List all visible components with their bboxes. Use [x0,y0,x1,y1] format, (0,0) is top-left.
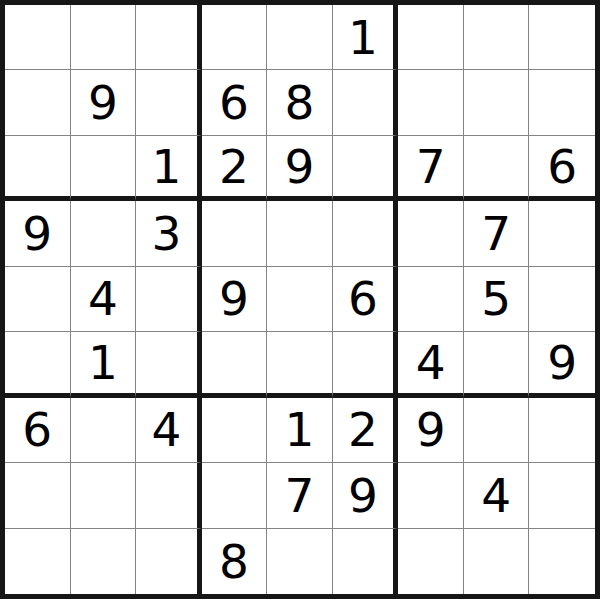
cell-r5c8[interactable]: 5 [464,267,530,332]
cell-r1c5[interactable] [267,5,333,70]
cell-r4c5[interactable] [267,201,333,266]
cell-r1c7[interactable] [398,5,464,70]
cell-r3c4[interactable]: 2 [202,136,268,201]
cell-r5c9[interactable] [529,267,595,332]
cell-r9c5[interactable] [267,529,333,594]
cell-r2c1[interactable] [5,70,71,135]
cell-r9c6[interactable] [333,529,399,594]
cell-r7c4[interactable] [202,398,268,463]
cell-r7c2[interactable] [71,398,137,463]
cell-r8c9[interactable] [529,463,595,528]
cell-r6c9[interactable]: 9 [529,332,595,397]
cell-r4c9[interactable] [529,201,595,266]
cell-r9c8[interactable] [464,529,530,594]
cell-r6c2[interactable]: 1 [71,332,137,397]
cell-r8c4[interactable] [202,463,268,528]
cell-r6c1[interactable] [5,332,71,397]
cell-r1c8[interactable] [464,5,530,70]
cell-r1c1[interactable] [5,5,71,70]
cell-r6c3[interactable] [136,332,202,397]
cell-r3c9[interactable]: 6 [529,136,595,201]
cell-r3c2[interactable] [71,136,137,201]
cell-r5c2[interactable]: 4 [71,267,137,332]
cell-r5c4[interactable]: 9 [202,267,268,332]
cell-r6c6[interactable] [333,332,399,397]
cell-r2c4[interactable]: 6 [202,70,268,135]
cell-r5c6[interactable]: 6 [333,267,399,332]
cell-r3c1[interactable] [5,136,71,201]
cell-r7c5[interactable]: 1 [267,398,333,463]
cell-r8c8[interactable]: 4 [464,463,530,528]
cell-r4c1[interactable]: 9 [5,201,71,266]
cell-r2c3[interactable] [136,70,202,135]
cell-r8c2[interactable] [71,463,137,528]
cell-r2c6[interactable] [333,70,399,135]
cell-r7c8[interactable] [464,398,530,463]
cell-r1c6[interactable]: 1 [333,5,399,70]
cell-r1c4[interactable] [202,5,268,70]
cell-r4c6[interactable] [333,201,399,266]
cell-r7c3[interactable]: 4 [136,398,202,463]
cell-r3c5[interactable]: 9 [267,136,333,201]
cell-r8c6[interactable]: 9 [333,463,399,528]
cell-r1c2[interactable] [71,5,137,70]
cell-r7c1[interactable]: 6 [5,398,71,463]
cell-r4c4[interactable] [202,201,268,266]
cell-r1c9[interactable] [529,5,595,70]
cell-r4c7[interactable] [398,201,464,266]
cell-r9c3[interactable] [136,529,202,594]
cell-r9c9[interactable] [529,529,595,594]
cell-r5c1[interactable] [5,267,71,332]
cell-r8c5[interactable]: 7 [267,463,333,528]
cell-r7c7[interactable]: 9 [398,398,464,463]
cell-r2c9[interactable] [529,70,595,135]
cell-r8c7[interactable] [398,463,464,528]
cell-r1c3[interactable] [136,5,202,70]
cell-r6c5[interactable] [267,332,333,397]
cell-r7c9[interactable] [529,398,595,463]
cell-r4c2[interactable] [71,201,137,266]
cell-r2c8[interactable] [464,70,530,135]
cell-r9c1[interactable] [5,529,71,594]
cell-r2c7[interactable] [398,70,464,135]
cell-r6c4[interactable] [202,332,268,397]
cell-r9c2[interactable] [71,529,137,594]
cell-r9c4[interactable]: 8 [202,529,268,594]
cell-r3c8[interactable] [464,136,530,201]
cell-r5c3[interactable] [136,267,202,332]
cell-r5c7[interactable] [398,267,464,332]
cell-r6c7[interactable]: 4 [398,332,464,397]
cell-r3c6[interactable] [333,136,399,201]
cell-r2c5[interactable]: 8 [267,70,333,135]
cell-r4c8[interactable]: 7 [464,201,530,266]
cell-r6c8[interactable] [464,332,530,397]
cell-r3c3[interactable]: 1 [136,136,202,201]
cell-r4c3[interactable]: 3 [136,201,202,266]
cell-r9c7[interactable] [398,529,464,594]
cell-r3c7[interactable]: 7 [398,136,464,201]
cell-r2c2[interactable]: 9 [71,70,137,135]
cell-r8c1[interactable] [5,463,71,528]
cell-r5c5[interactable] [267,267,333,332]
cell-r8c3[interactable] [136,463,202,528]
sudoku-board: 1968129769374965149641297948 [0,0,600,599]
cell-r7c6[interactable]: 2 [333,398,399,463]
